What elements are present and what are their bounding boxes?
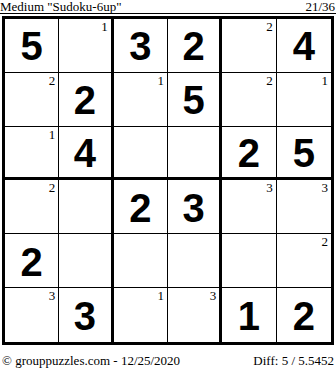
cell-r2c3[interactable]: 1 — [114, 73, 168, 127]
corner-mark: 1 — [157, 288, 164, 303]
cell-r3c2[interactable]: 4 — [59, 127, 113, 181]
cell-r1c5[interactable]: 2 — [222, 19, 276, 73]
cell-r2c6[interactable]: 1 — [277, 73, 331, 127]
sudoku-board: 51322422152114252233322331312 — [2, 16, 334, 345]
cell-r1c1[interactable]: 5 — [5, 19, 59, 73]
cell-r1c6[interactable]: 4 — [277, 19, 331, 73]
cell-r4c6[interactable]: 3 — [277, 180, 331, 234]
cell-r2c1[interactable]: 2 — [5, 73, 59, 127]
cell-r1c2[interactable]: 1 — [59, 19, 113, 73]
given-digit: 4 — [293, 26, 315, 66]
cell-r6c2[interactable]: 3 — [59, 288, 113, 342]
cell-r4c2[interactable] — [59, 180, 113, 234]
given-digit: 1 — [238, 296, 260, 336]
cell-r1c3[interactable]: 3 — [114, 19, 168, 73]
given-digit: 4 — [74, 133, 96, 173]
cell-r6c1[interactable]: 3 — [5, 288, 59, 342]
cell-r5c3[interactable] — [114, 234, 168, 288]
cell-r5c5[interactable] — [222, 234, 276, 288]
cell-r5c1[interactable]: 2 — [5, 234, 59, 288]
cell-r3c3[interactable] — [114, 127, 168, 181]
page-indicator: 21/36 — [305, 0, 335, 13]
corner-mark: 2 — [49, 73, 56, 88]
cell-r4c3[interactable]: 2 — [114, 180, 168, 234]
corner-mark: 2 — [49, 180, 56, 195]
given-digit: 3 — [129, 26, 151, 66]
cell-r6c5[interactable]: 1 — [222, 288, 276, 342]
cell-r5c2[interactable] — [59, 234, 113, 288]
cell-r3c1[interactable]: 1 — [5, 127, 59, 181]
cell-r6c4[interactable]: 3 — [168, 288, 222, 342]
given-digit: 2 — [183, 26, 205, 66]
cell-r1c4[interactable]: 2 — [168, 19, 222, 73]
corner-mark: 2 — [321, 234, 328, 249]
cell-r3c4[interactable] — [168, 127, 222, 181]
corner-mark: 1 — [321, 73, 328, 88]
corner-mark: 1 — [49, 127, 56, 142]
copyright-text: © grouppuzzles.com - 12/25/2020 — [2, 354, 180, 368]
cell-r6c3[interactable]: 1 — [114, 288, 168, 342]
given-digit: 2 — [74, 80, 96, 120]
given-digit: 5 — [183, 80, 205, 120]
cell-r2c2[interactable]: 2 — [59, 73, 113, 127]
cell-r2c4[interactable]: 5 — [168, 73, 222, 127]
cell-r5c6[interactable]: 2 — [277, 234, 331, 288]
corner-mark: 2 — [266, 19, 273, 34]
cell-r3c6[interactable]: 5 — [277, 127, 331, 181]
corner-mark: 1 — [157, 73, 164, 88]
cell-r5c4[interactable] — [168, 234, 222, 288]
given-digit: 2 — [293, 296, 315, 336]
given-digit: 2 — [21, 242, 43, 282]
given-digit: 5 — [21, 26, 43, 66]
corner-mark: 1 — [101, 19, 108, 34]
corner-mark: 2 — [266, 73, 273, 88]
cell-r3c5[interactable]: 2 — [222, 127, 276, 181]
corner-mark: 3 — [210, 288, 217, 303]
corner-mark: 3 — [321, 180, 328, 195]
difficulty-text: Diff: 5 / 5.5452 — [253, 354, 334, 368]
header: Medium "Sudoku-6up" 21/36 — [0, 0, 336, 13]
given-digit: 3 — [74, 296, 96, 336]
cell-r4c1[interactable]: 2 — [5, 180, 59, 234]
corner-mark: 3 — [49, 288, 56, 303]
given-digit: 5 — [293, 133, 315, 173]
given-digit: 2 — [238, 133, 260, 173]
cell-r4c5[interactable]: 3 — [222, 180, 276, 234]
cell-r4c4[interactable]: 3 — [168, 180, 222, 234]
given-digit: 2 — [129, 188, 151, 228]
corner-mark: 3 — [266, 180, 273, 195]
cell-r2c5[interactable]: 2 — [222, 73, 276, 127]
puzzle-title: Medium "Sudoku-6up" — [0, 0, 121, 13]
cell-r6c6[interactable]: 2 — [277, 288, 331, 342]
given-digit: 3 — [183, 188, 205, 228]
puzzle-page: Medium "Sudoku-6up" 21/36 51322422152114… — [0, 0, 336, 370]
footer: © grouppuzzles.com - 12/25/2020 Diff: 5 … — [0, 354, 336, 368]
